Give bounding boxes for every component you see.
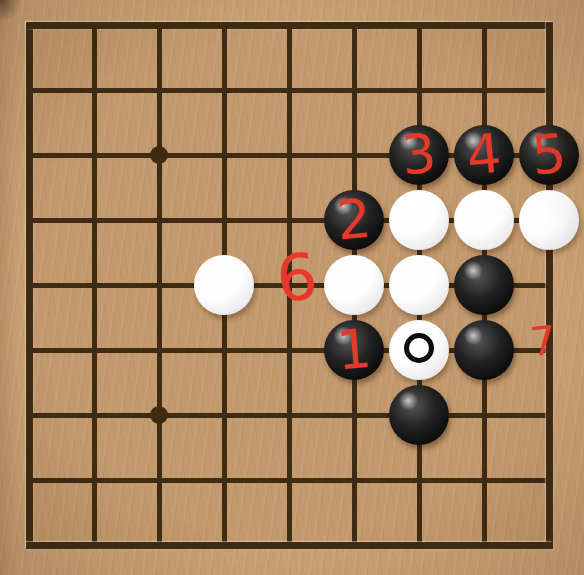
board-point[interactable]: 2 xyxy=(322,188,387,253)
board-point[interactable] xyxy=(452,513,517,575)
board-point[interactable] xyxy=(0,0,62,58)
board-point[interactable]: 3 xyxy=(387,123,452,188)
board-point[interactable] xyxy=(517,188,582,253)
board-point[interactable] xyxy=(127,0,192,58)
board-point[interactable] xyxy=(452,383,517,448)
board-point[interactable] xyxy=(517,383,582,448)
board-point[interactable] xyxy=(387,253,452,318)
board-point[interactable] xyxy=(257,0,322,58)
board-point[interactable] xyxy=(192,253,257,318)
board-point[interactable] xyxy=(257,383,322,448)
board-point[interactable] xyxy=(0,383,62,448)
move-number-label: 5 xyxy=(516,122,581,187)
board-point[interactable] xyxy=(452,0,517,58)
white-stone[interactable] xyxy=(454,190,514,250)
board-point[interactable] xyxy=(0,513,62,575)
white-stone[interactable] xyxy=(194,255,254,315)
board-point[interactable] xyxy=(0,448,62,513)
black-stone[interactable]: 4 xyxy=(454,125,514,185)
board-point[interactable] xyxy=(192,188,257,253)
board-point[interactable] xyxy=(0,58,62,123)
board-point[interactable] xyxy=(517,318,582,383)
black-stone[interactable]: 3 xyxy=(389,125,449,185)
board-point[interactable] xyxy=(322,123,387,188)
board-point[interactable]: 5 xyxy=(517,123,582,188)
white-stone[interactable] xyxy=(389,320,449,380)
board-point[interactable] xyxy=(517,448,582,513)
board-point[interactable] xyxy=(127,188,192,253)
board-point[interactable] xyxy=(127,318,192,383)
board-point[interactable] xyxy=(127,58,192,123)
board-point[interactable] xyxy=(322,383,387,448)
go-board-screenshot: 34521 67 xyxy=(0,0,584,575)
circle-marker-icon xyxy=(404,333,434,363)
board-point[interactable] xyxy=(62,513,127,575)
board-point[interactable] xyxy=(62,253,127,318)
board-point[interactable] xyxy=(257,448,322,513)
board-point[interactable] xyxy=(517,253,582,318)
black-stone[interactable]: 2 xyxy=(324,190,384,250)
board-point[interactable]: 4 xyxy=(452,123,517,188)
board-point[interactable] xyxy=(257,123,322,188)
board-point[interactable] xyxy=(257,58,322,123)
board-point[interactable] xyxy=(257,188,322,253)
black-stone[interactable]: 1 xyxy=(324,320,384,380)
board-point[interactable] xyxy=(0,123,62,188)
white-stone[interactable] xyxy=(519,190,579,250)
board-point[interactable] xyxy=(517,513,582,575)
move-number-label: 1 xyxy=(321,317,386,382)
move-number-label: 3 xyxy=(386,122,451,187)
move-number-label: 4 xyxy=(451,122,516,187)
board-point[interactable] xyxy=(0,188,62,253)
board-point[interactable] xyxy=(322,448,387,513)
board-point[interactable] xyxy=(322,0,387,58)
board-point[interactable] xyxy=(387,0,452,58)
black-stone[interactable]: 5 xyxy=(519,125,579,185)
board-point[interactable] xyxy=(62,188,127,253)
black-stone[interactable] xyxy=(454,320,514,380)
board-point[interactable] xyxy=(322,513,387,575)
black-stone[interactable] xyxy=(389,385,449,445)
board-point[interactable] xyxy=(322,253,387,318)
board-point[interactable] xyxy=(62,58,127,123)
white-stone[interactable] xyxy=(324,255,384,315)
board-point[interactable] xyxy=(387,448,452,513)
board-point[interactable] xyxy=(0,318,62,383)
board-point[interactable] xyxy=(452,58,517,123)
board-point[interactable] xyxy=(387,318,452,383)
board-point[interactable] xyxy=(192,513,257,575)
move-number-label: 2 xyxy=(321,187,386,252)
board-point[interactable] xyxy=(257,253,322,318)
board-point[interactable] xyxy=(62,0,127,58)
board-point[interactable] xyxy=(387,513,452,575)
board-point[interactable] xyxy=(452,318,517,383)
board-point[interactable] xyxy=(127,253,192,318)
board-point[interactable] xyxy=(387,383,452,448)
board-point[interactable] xyxy=(387,188,452,253)
board-point[interactable] xyxy=(127,448,192,513)
board-point[interactable] xyxy=(517,0,582,58)
board-point[interactable]: 1 xyxy=(322,318,387,383)
board-point[interactable] xyxy=(452,448,517,513)
board-point[interactable] xyxy=(127,123,192,188)
board-point[interactable] xyxy=(452,253,517,318)
board-point[interactable] xyxy=(192,58,257,123)
white-stone[interactable] xyxy=(389,190,449,250)
board-point[interactable] xyxy=(192,383,257,448)
board-point[interactable] xyxy=(62,448,127,513)
board-point[interactable] xyxy=(192,0,257,58)
board-point[interactable] xyxy=(257,318,322,383)
board-point[interactable] xyxy=(387,58,452,123)
board-point[interactable] xyxy=(0,253,62,318)
board-point[interactable] xyxy=(62,123,127,188)
white-stone[interactable] xyxy=(389,255,449,315)
board-point[interactable] xyxy=(192,448,257,513)
black-stone[interactable] xyxy=(454,255,514,315)
board-point[interactable] xyxy=(127,513,192,575)
board-point[interactable] xyxy=(62,318,127,383)
board-point[interactable] xyxy=(127,383,192,448)
board-point[interactable] xyxy=(257,513,322,575)
board-point[interactable] xyxy=(452,188,517,253)
board-point[interactable] xyxy=(322,58,387,123)
board-point[interactable] xyxy=(192,318,257,383)
board-point[interactable] xyxy=(517,58,582,123)
go-board[interactable]: 34521 xyxy=(0,0,582,575)
board-point[interactable] xyxy=(192,123,257,188)
board-point[interactable] xyxy=(62,383,127,448)
